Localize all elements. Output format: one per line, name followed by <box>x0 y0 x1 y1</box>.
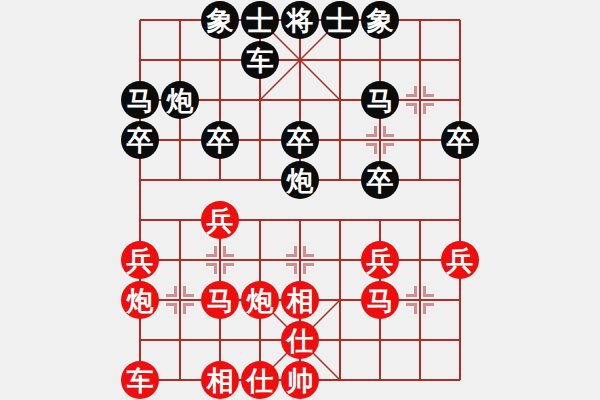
piece-red-elephant-f4r7[interactable]: 相 <box>281 281 319 319</box>
piece-red-horse-f2r7[interactable]: 马 <box>201 281 239 319</box>
piece-black-horse-f0r2[interactable]: 马 <box>121 81 159 119</box>
piece-black-soldier-f0r3[interactable]: 卒 <box>121 121 159 159</box>
piece-red-advisor-f3r9[interactable]: 仕 <box>241 361 279 399</box>
piece-red-cannon-f0r7[interactable]: 炮 <box>121 281 159 319</box>
piece-black-general-f4r0[interactable]: 将 <box>281 1 319 39</box>
piece-red-advisor-f4r8[interactable]: 仕 <box>281 321 319 359</box>
piece-black-cannon-f4r4[interactable]: 炮 <box>281 161 319 199</box>
piece-black-soldier-f4r3[interactable]: 卒 <box>281 121 319 159</box>
piece-black-soldier-f8r3[interactable]: 卒 <box>441 121 479 159</box>
piece-red-soldier-f8r6[interactable]: 兵 <box>441 241 479 279</box>
piece-black-chariot-f3r1[interactable]: 车 <box>241 41 279 79</box>
piece-black-soldier-f2r3[interactable]: 卒 <box>201 121 239 159</box>
piece-red-soldier-f0r6[interactable]: 兵 <box>121 241 159 279</box>
piece-red-elephant-f2r9[interactable]: 相 <box>201 361 239 399</box>
piece-black-advisor-f5r0[interactable]: 士 <box>321 1 359 39</box>
piece-black-advisor-f3r0[interactable]: 士 <box>241 1 279 39</box>
piece-red-chariot-f0r9[interactable]: 车 <box>121 361 159 399</box>
piece-red-soldier-f2r5[interactable]: 兵 <box>201 201 239 239</box>
piece-red-general-f4r9[interactable]: 帅 <box>281 361 319 399</box>
xiangqi-board: 象士将士象车马炮马卒卒卒卒炮卒兵兵兵兵炮马炮相马仕车相仕帅 <box>0 0 600 400</box>
piece-black-soldier-f6r4[interactable]: 卒 <box>361 161 399 199</box>
piece-red-horse-f6r7[interactable]: 马 <box>361 281 399 319</box>
board-grid[interactable]: 象士将士象车马炮马卒卒卒卒炮卒兵兵兵兵炮马炮相马仕车相仕帅 <box>120 0 480 400</box>
piece-black-cannon-f1r2[interactable]: 炮 <box>161 81 199 119</box>
piece-black-elephant-f6r0[interactable]: 象 <box>361 1 399 39</box>
piece-red-cannon-f3r7[interactable]: 炮 <box>241 281 279 319</box>
piece-black-elephant-f2r0[interactable]: 象 <box>201 1 239 39</box>
piece-red-soldier-f6r6[interactable]: 兵 <box>361 241 399 279</box>
piece-black-horse-f6r2[interactable]: 马 <box>361 81 399 119</box>
